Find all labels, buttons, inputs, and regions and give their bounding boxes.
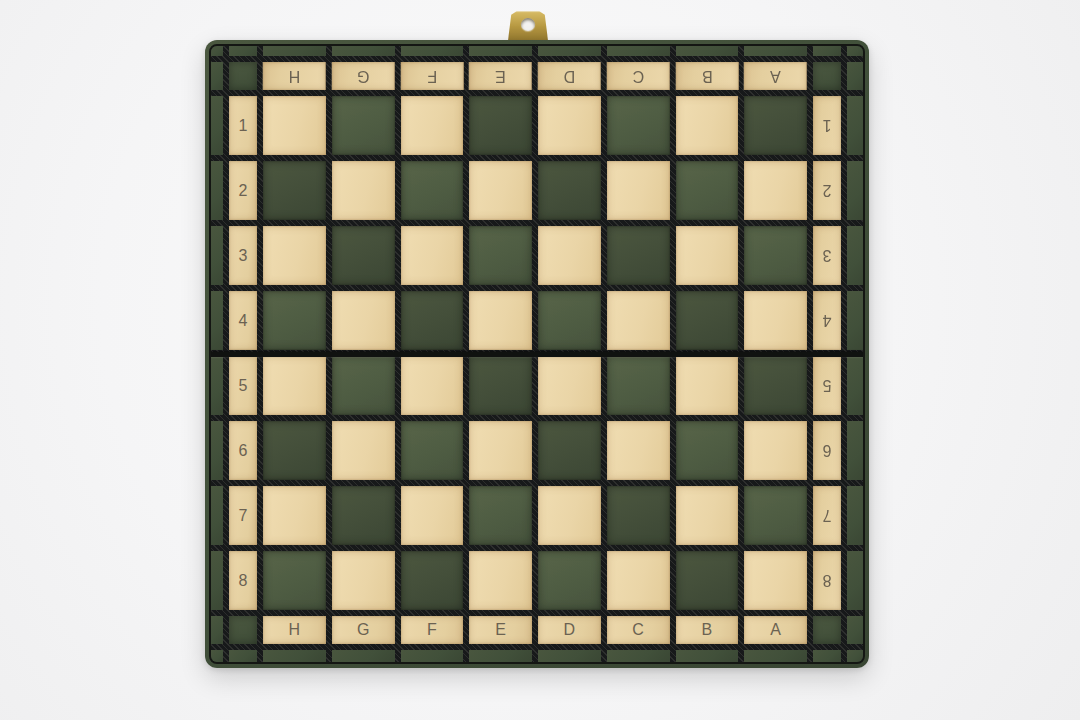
file-label-bottom-e: E: [469, 616, 532, 644]
square-e5[interactable]: [469, 356, 532, 415]
square-h1[interactable]: [263, 96, 326, 155]
rank-label-left-3: 3: [229, 226, 257, 285]
file-label-bottom-f: F: [401, 616, 464, 644]
square-h8[interactable]: [263, 551, 326, 610]
file-label-bottom-g: G: [332, 616, 395, 644]
square-g6[interactable]: [332, 421, 395, 480]
rank-label-left-2: 2: [229, 161, 257, 220]
square-b5[interactable]: [676, 356, 739, 415]
square-f6[interactable]: [401, 421, 464, 480]
square-g2[interactable]: [332, 161, 395, 220]
file-label-bottom-b: B: [676, 616, 739, 644]
square-g4[interactable]: [332, 291, 395, 350]
rank-label-right-7: 7: [813, 486, 841, 545]
rank-label-right-1: 1: [813, 96, 841, 155]
square-b1[interactable]: [676, 96, 739, 155]
square-a6[interactable]: [744, 421, 807, 480]
frame-margin: [211, 551, 223, 610]
rank-label-left-7: 7: [229, 486, 257, 545]
square-d1[interactable]: [538, 96, 601, 155]
file-label-top-b: B: [676, 62, 739, 90]
square-c1[interactable]: [607, 96, 670, 155]
frame-margin: [229, 46, 257, 56]
frame-corner: [229, 62, 257, 90]
frame-margin: [263, 650, 326, 662]
file-label-top-e: E: [469, 62, 532, 90]
square-c8[interactable]: [607, 551, 670, 610]
frame-corner: [813, 62, 841, 90]
frame-margin: [847, 46, 863, 56]
rank-label-right-2: 2: [813, 161, 841, 220]
square-f2[interactable]: [401, 161, 464, 220]
frame-margin: [538, 46, 601, 56]
frame-margin: [401, 46, 464, 56]
file-label-top-c: C: [607, 62, 670, 90]
square-f5[interactable]: [401, 356, 464, 415]
frame-margin: [847, 226, 863, 285]
square-c3[interactable]: [607, 226, 670, 285]
chess-board: HGFEDCBA1122334455667788HGFEDCBA: [205, 40, 869, 668]
rank-label-left-1: 1: [229, 96, 257, 155]
frame-margin: [676, 46, 739, 56]
frame-margin: [211, 421, 223, 480]
frame-margin: [469, 46, 532, 56]
square-b4[interactable]: [676, 291, 739, 350]
file-label-top-d: D: [538, 62, 601, 90]
frame-margin: [847, 650, 863, 662]
frame-margin: [847, 486, 863, 545]
frame-margin: [744, 46, 807, 56]
square-c7[interactable]: [607, 486, 670, 545]
square-c6[interactable]: [607, 421, 670, 480]
frame-margin: [676, 650, 739, 662]
file-label-bottom-d: D: [538, 616, 601, 644]
frame-margin: [229, 650, 257, 662]
square-b8[interactable]: [676, 551, 739, 610]
square-h7[interactable]: [263, 486, 326, 545]
board-frame: HGFEDCBA1122334455667788HGFEDCBA: [209, 44, 865, 664]
square-b3[interactable]: [676, 226, 739, 285]
frame-margin: [469, 650, 532, 662]
square-a5[interactable]: [744, 356, 807, 415]
frame-margin: [332, 650, 395, 662]
square-e2[interactable]: [469, 161, 532, 220]
frame-margin: [847, 96, 863, 155]
file-label-bottom-a: A: [744, 616, 807, 644]
rank-label-right-4: 4: [813, 291, 841, 350]
frame-margin: [211, 62, 223, 90]
rank-label-left-8: 8: [229, 551, 257, 610]
photo-background: HGFEDCBA1122334455667788HGFEDCBA: [0, 0, 1080, 720]
frame-margin: [211, 161, 223, 220]
file-label-bottom-c: C: [607, 616, 670, 644]
frame-margin: [847, 551, 863, 610]
frame-corner: [229, 616, 257, 644]
square-h6[interactable]: [263, 421, 326, 480]
square-e8[interactable]: [469, 551, 532, 610]
square-a3[interactable]: [744, 226, 807, 285]
square-d8[interactable]: [538, 551, 601, 610]
frame-margin: [847, 356, 863, 415]
rank-label-left-4: 4: [229, 291, 257, 350]
frame-margin: [263, 46, 326, 56]
frame-margin: [847, 62, 863, 90]
square-h3[interactable]: [263, 226, 326, 285]
frame-margin: [211, 616, 223, 644]
frame-margin: [607, 46, 670, 56]
clasp-hole: [521, 18, 535, 31]
rank-label-right-6: 6: [813, 421, 841, 480]
square-f4[interactable]: [401, 291, 464, 350]
square-a4[interactable]: [744, 291, 807, 350]
square-h5[interactable]: [263, 356, 326, 415]
rank-label-right-8: 8: [813, 551, 841, 610]
square-g1[interactable]: [332, 96, 395, 155]
frame-margin: [813, 46, 841, 56]
square-g5[interactable]: [332, 356, 395, 415]
square-e6[interactable]: [469, 421, 532, 480]
square-f1[interactable]: [401, 96, 464, 155]
rank-label-right-5: 5: [813, 356, 841, 415]
frame-margin: [211, 96, 223, 155]
file-label-top-f: F: [401, 62, 464, 90]
square-g3[interactable]: [332, 226, 395, 285]
square-b7[interactable]: [676, 486, 739, 545]
square-a8[interactable]: [744, 551, 807, 610]
square-e3[interactable]: [469, 226, 532, 285]
square-f7[interactable]: [401, 486, 464, 545]
frame-margin: [211, 650, 223, 662]
square-a1[interactable]: [744, 96, 807, 155]
square-e4[interactable]: [469, 291, 532, 350]
square-f8[interactable]: [401, 551, 464, 610]
square-g8[interactable]: [332, 551, 395, 610]
fold-seam: [211, 352, 863, 357]
frame-margin: [847, 421, 863, 480]
frame-margin: [211, 291, 223, 350]
file-label-bottom-h: H: [263, 616, 326, 644]
frame-margin: [744, 650, 807, 662]
frame-margin: [607, 650, 670, 662]
frame-margin: [211, 486, 223, 545]
square-d4[interactable]: [538, 291, 601, 350]
square-d7[interactable]: [538, 486, 601, 545]
square-g7[interactable]: [332, 486, 395, 545]
square-d6[interactable]: [538, 421, 601, 480]
square-c5[interactable]: [607, 356, 670, 415]
frame-margin: [538, 650, 601, 662]
square-e1[interactable]: [469, 96, 532, 155]
square-d3[interactable]: [538, 226, 601, 285]
frame-corner: [813, 616, 841, 644]
square-h2[interactable]: [263, 161, 326, 220]
frame-margin: [211, 46, 223, 56]
file-label-top-h: H: [263, 62, 326, 90]
rank-label-left-6: 6: [229, 421, 257, 480]
square-a7[interactable]: [744, 486, 807, 545]
rank-label-left-5: 5: [229, 356, 257, 415]
frame-margin: [847, 291, 863, 350]
square-a2[interactable]: [744, 161, 807, 220]
file-label-top-g: G: [332, 62, 395, 90]
square-f3[interactable]: [401, 226, 464, 285]
square-d5[interactable]: [538, 356, 601, 415]
square-c4[interactable]: [607, 291, 670, 350]
frame-margin: [847, 616, 863, 644]
frame-margin: [813, 650, 841, 662]
frame-margin: [211, 356, 223, 415]
frame-margin: [211, 226, 223, 285]
file-label-top-a: A: [744, 62, 807, 90]
square-h4[interactable]: [263, 291, 326, 350]
frame-margin: [401, 650, 464, 662]
frame-margin: [332, 46, 395, 56]
rank-label-right-3: 3: [813, 226, 841, 285]
square-b6[interactable]: [676, 421, 739, 480]
frame-margin: [847, 161, 863, 220]
square-e7[interactable]: [469, 486, 532, 545]
square-d2[interactable]: [538, 161, 601, 220]
square-b2[interactable]: [676, 161, 739, 220]
square-c2[interactable]: [607, 161, 670, 220]
